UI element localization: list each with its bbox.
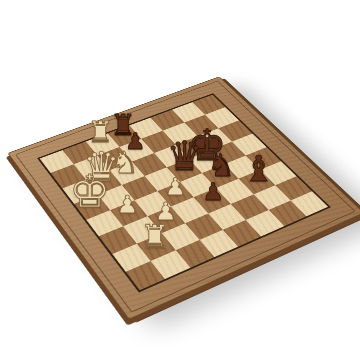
- piece-white-king-a5[interactable]: ♚: [69, 169, 110, 215]
- piece-white-pawn-d4[interactable]: ♟: [165, 174, 187, 198]
- piece-white-pawn-b4[interactable]: ♟: [116, 193, 138, 218]
- piece-dark-bishop-g3[interactable]: ♝: [243, 151, 275, 187]
- piece-dark-pawn-e3[interactable]: ♟: [202, 180, 224, 204]
- product-photo-stage: ♜♛♞♚♟♟♟♜♜♟♛♚♞♝♟: [0, 0, 360, 360]
- piece-white-rook-b2[interactable]: ♜: [141, 221, 170, 254]
- piece-dark-queen-e5[interactable]: ♛: [166, 135, 202, 175]
- piece-dark-knight-f4[interactable]: ♞: [208, 150, 236, 181]
